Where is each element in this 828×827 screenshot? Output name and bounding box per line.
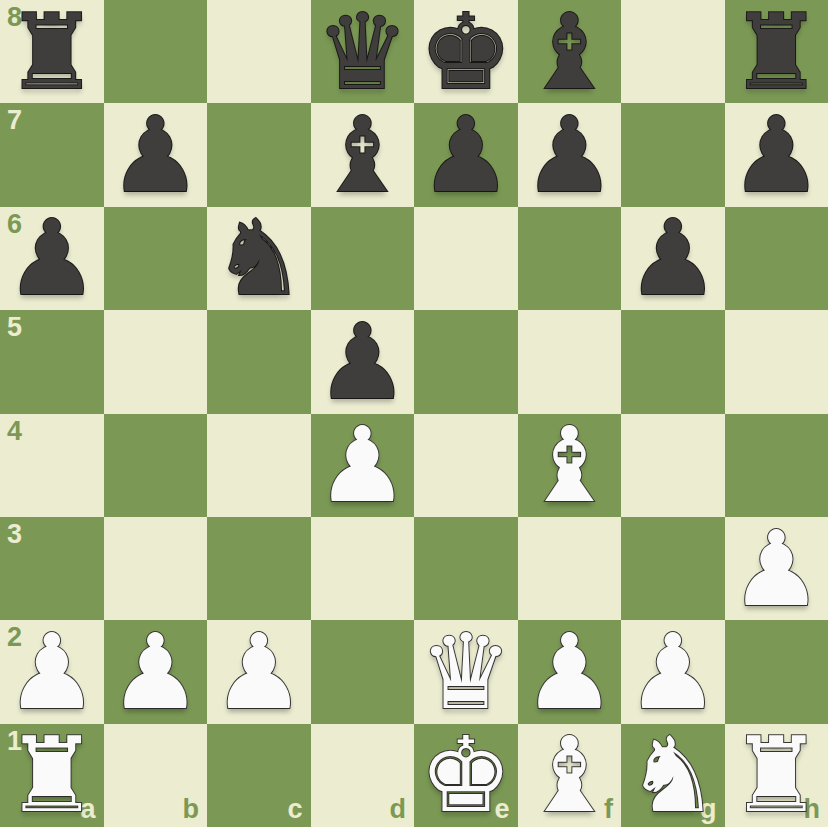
square-c2[interactable]: ♟ — [207, 620, 311, 723]
piece-white-pawn-h3[interactable]: ♟ — [725, 517, 828, 620]
square-d5[interactable]: ♟ — [311, 310, 415, 413]
square-d8[interactable]: ♛ — [311, 0, 415, 103]
square-d6[interactable] — [311, 207, 415, 310]
square-g1[interactable]: g♞ — [621, 724, 725, 827]
square-c6[interactable]: ♞ — [207, 207, 311, 310]
square-b1[interactable]: b — [104, 724, 208, 827]
square-b7[interactable]: ♟ — [104, 103, 208, 206]
piece-white-rook-a1[interactable]: ♜ — [0, 724, 104, 827]
square-a2[interactable]: 2♟ — [0, 620, 104, 723]
piece-black-bishop-f8[interactable]: ♝ — [518, 0, 622, 103]
piece-white-bishop-f4[interactable]: ♝ — [518, 414, 622, 517]
rank-label-4: 4 — [7, 418, 22, 445]
square-a3[interactable]: 3 — [0, 517, 104, 620]
square-e6[interactable] — [414, 207, 518, 310]
square-c4[interactable] — [207, 414, 311, 517]
square-c8[interactable] — [207, 0, 311, 103]
square-b5[interactable] — [104, 310, 208, 413]
piece-black-pawn-h7[interactable]: ♟ — [725, 103, 828, 206]
rank-label-7: 7 — [7, 107, 22, 134]
piece-white-pawn-b2[interactable]: ♟ — [104, 620, 208, 723]
piece-black-pawn-e7[interactable]: ♟ — [414, 103, 518, 206]
square-a6[interactable]: 6♟ — [0, 207, 104, 310]
rank-label-3: 3 — [7, 521, 22, 548]
square-b8[interactable] — [104, 0, 208, 103]
square-c3[interactable] — [207, 517, 311, 620]
piece-black-king-e8[interactable]: ♚ — [414, 0, 518, 103]
piece-white-pawn-d4[interactable]: ♟ — [311, 414, 415, 517]
square-b6[interactable] — [104, 207, 208, 310]
square-f4[interactable]: ♝ — [518, 414, 622, 517]
chess-board-container: 8♜♛♚♝♜7♟♝♟♟♟6♟♞♟5♟4♟♝3♟2♟♟♟♛♟♟1a♜bcde♚f♝… — [0, 0, 828, 827]
square-f2[interactable]: ♟ — [518, 620, 622, 723]
square-h3[interactable]: ♟ — [725, 517, 828, 620]
square-f5[interactable] — [518, 310, 622, 413]
square-h2[interactable] — [725, 620, 828, 723]
square-b3[interactable] — [104, 517, 208, 620]
rank-label-5: 5 — [7, 314, 22, 341]
square-h8[interactable]: ♜ — [725, 0, 828, 103]
square-h7[interactable]: ♟ — [725, 103, 828, 206]
square-a5[interactable]: 5 — [0, 310, 104, 413]
piece-black-pawn-b7[interactable]: ♟ — [104, 103, 208, 206]
piece-white-bishop-f1[interactable]: ♝ — [518, 724, 622, 827]
square-g2[interactable]: ♟ — [621, 620, 725, 723]
square-g4[interactable] — [621, 414, 725, 517]
square-h4[interactable] — [725, 414, 828, 517]
square-g6[interactable]: ♟ — [621, 207, 725, 310]
piece-black-pawn-d5[interactable]: ♟ — [311, 310, 415, 413]
square-e3[interactable] — [414, 517, 518, 620]
square-h1[interactable]: h♜ — [725, 724, 828, 827]
file-label-d: d — [390, 796, 407, 823]
piece-black-knight-c6[interactable]: ♞ — [207, 207, 311, 310]
square-g8[interactable] — [621, 0, 725, 103]
square-h5[interactable] — [725, 310, 828, 413]
square-f7[interactable]: ♟ — [518, 103, 622, 206]
square-d7[interactable]: ♝ — [311, 103, 415, 206]
square-f6[interactable] — [518, 207, 622, 310]
piece-black-queen-d8[interactable]: ♛ — [311, 0, 415, 103]
square-e1[interactable]: e♚ — [414, 724, 518, 827]
square-c7[interactable] — [207, 103, 311, 206]
piece-white-pawn-g2[interactable]: ♟ — [621, 620, 725, 723]
piece-white-pawn-c2[interactable]: ♟ — [207, 620, 311, 723]
square-h6[interactable] — [725, 207, 828, 310]
chess-board: 8♜♛♚♝♜7♟♝♟♟♟6♟♞♟5♟4♟♝3♟2♟♟♟♛♟♟1a♜bcde♚f♝… — [0, 0, 828, 827]
square-a1[interactable]: 1a♜ — [0, 724, 104, 827]
piece-white-queen-e2[interactable]: ♛ — [414, 620, 518, 723]
square-e7[interactable]: ♟ — [414, 103, 518, 206]
square-d1[interactable]: d — [311, 724, 415, 827]
square-e2[interactable]: ♛ — [414, 620, 518, 723]
piece-black-pawn-f7[interactable]: ♟ — [518, 103, 622, 206]
piece-black-pawn-a6[interactable]: ♟ — [0, 207, 104, 310]
file-label-b: b — [183, 796, 200, 823]
square-b2[interactable]: ♟ — [104, 620, 208, 723]
square-d4[interactable]: ♟ — [311, 414, 415, 517]
square-a4[interactable]: 4 — [0, 414, 104, 517]
square-e4[interactable] — [414, 414, 518, 517]
piece-black-rook-h8[interactable]: ♜ — [725, 0, 828, 103]
piece-black-pawn-g6[interactable]: ♟ — [621, 207, 725, 310]
file-label-c: c — [287, 796, 302, 823]
square-f3[interactable] — [518, 517, 622, 620]
square-g5[interactable] — [621, 310, 725, 413]
square-e8[interactable]: ♚ — [414, 0, 518, 103]
square-c1[interactable]: c — [207, 724, 311, 827]
square-f1[interactable]: f♝ — [518, 724, 622, 827]
piece-white-pawn-f2[interactable]: ♟ — [518, 620, 622, 723]
square-b4[interactable] — [104, 414, 208, 517]
piece-white-pawn-a2[interactable]: ♟ — [0, 620, 104, 723]
square-e5[interactable] — [414, 310, 518, 413]
square-a7[interactable]: 7 — [0, 103, 104, 206]
square-g7[interactable] — [621, 103, 725, 206]
piece-black-bishop-d7[interactable]: ♝ — [311, 103, 415, 206]
square-g3[interactable] — [621, 517, 725, 620]
square-d3[interactable] — [311, 517, 415, 620]
square-d2[interactable] — [311, 620, 415, 723]
square-a8[interactable]: 8♜ — [0, 0, 104, 103]
piece-white-king-e1[interactable]: ♚ — [414, 724, 518, 827]
piece-white-rook-h1[interactable]: ♜ — [725, 724, 828, 827]
square-f8[interactable]: ♝ — [518, 0, 622, 103]
square-c5[interactable] — [207, 310, 311, 413]
piece-black-rook-a8[interactable]: ♜ — [0, 0, 104, 103]
piece-white-knight-g1[interactable]: ♞ — [621, 724, 725, 827]
